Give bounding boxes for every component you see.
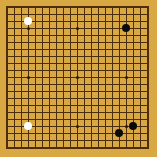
white-stone[interactable] xyxy=(24,17,32,25)
black-stone[interactable] xyxy=(115,129,123,137)
go-app-screenshot xyxy=(0,0,157,157)
star-point xyxy=(125,76,128,79)
board-grid xyxy=(7,7,148,148)
go-board[interactable] xyxy=(0,0,157,157)
star-point xyxy=(76,27,79,30)
white-stone[interactable] xyxy=(24,122,32,130)
black-stone[interactable] xyxy=(129,122,137,130)
star-point xyxy=(27,76,30,79)
star-point xyxy=(76,125,79,128)
star-point xyxy=(76,76,79,79)
star-point xyxy=(27,27,30,30)
black-stone[interactable] xyxy=(122,24,130,32)
star-point xyxy=(125,125,128,128)
